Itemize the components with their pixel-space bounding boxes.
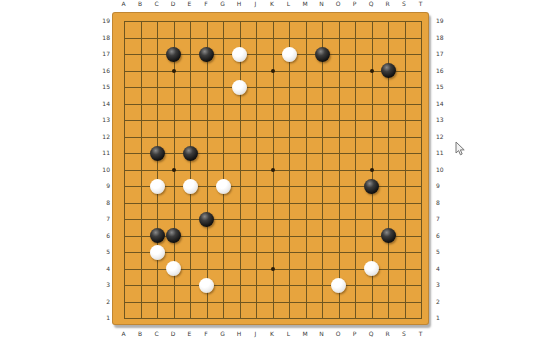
star-point-D10 — [172, 168, 176, 172]
col-label-bottom-D: D — [167, 330, 179, 338]
white-stone-F3 — [199, 278, 214, 293]
star-point-D16 — [172, 69, 176, 73]
board-grid — [124, 21, 422, 319]
row-label-left-11: 11 — [96, 149, 110, 157]
row-label-left-4: 4 — [96, 265, 110, 273]
row-label-right-17: 17 — [436, 50, 450, 58]
white-stone-D4 — [166, 261, 181, 276]
col-label-bottom-M: M — [299, 330, 311, 338]
col-label-top-J: J — [250, 0, 262, 8]
grid-line-horizontal — [124, 318, 422, 319]
col-label-bottom-C: C — [151, 330, 163, 338]
row-label-right-4: 4 — [436, 265, 450, 273]
row-label-right-14: 14 — [436, 100, 450, 108]
col-label-top-T: T — [415, 0, 427, 8]
go-board-widget — [0, 0, 542, 339]
row-label-right-12: 12 — [436, 133, 450, 141]
white-stone-C5 — [150, 245, 165, 260]
mouse-cursor-icon — [455, 141, 467, 157]
col-label-bottom-G: G — [217, 330, 229, 338]
row-label-left-13: 13 — [96, 116, 110, 124]
row-label-right-3: 3 — [436, 281, 450, 289]
col-label-bottom-R: R — [382, 330, 394, 338]
grid-line-vertical — [322, 21, 323, 319]
col-label-bottom-O: O — [332, 330, 344, 338]
black-stone-F17 — [199, 47, 214, 62]
row-label-left-19: 19 — [96, 17, 110, 25]
col-label-top-K: K — [266, 0, 278, 8]
grid-line-vertical — [421, 21, 422, 319]
row-label-left-16: 16 — [96, 67, 110, 75]
black-stone-E11 — [183, 146, 198, 161]
star-point-K16 — [271, 69, 275, 73]
row-label-right-1: 1 — [436, 314, 450, 322]
row-label-left-3: 3 — [96, 281, 110, 289]
col-label-bottom-A: A — [118, 330, 130, 338]
white-stone-H17 — [232, 47, 247, 62]
grid-line-horizontal — [124, 203, 422, 204]
col-label-bottom-B: B — [134, 330, 146, 338]
black-stone-Q9 — [364, 179, 379, 194]
row-label-right-16: 16 — [436, 67, 450, 75]
row-label-right-10: 10 — [436, 166, 450, 174]
row-label-right-11: 11 — [436, 149, 450, 157]
col-label-bottom-T: T — [415, 330, 427, 338]
white-stone-O3 — [331, 278, 346, 293]
row-label-left-1: 1 — [96, 314, 110, 322]
white-stone-H15 — [232, 80, 247, 95]
col-label-top-H: H — [233, 0, 245, 8]
black-stone-C11 — [150, 146, 165, 161]
col-label-top-L: L — [283, 0, 295, 8]
black-stone-F7 — [199, 212, 214, 227]
col-label-bottom-L: L — [283, 330, 295, 338]
grid-line-horizontal — [124, 219, 422, 220]
row-label-right-15: 15 — [436, 83, 450, 91]
row-label-left-8: 8 — [96, 199, 110, 207]
col-label-bottom-P: P — [349, 330, 361, 338]
col-label-top-M: M — [299, 0, 311, 8]
col-label-bottom-F: F — [200, 330, 212, 338]
row-label-right-5: 5 — [436, 248, 450, 256]
row-label-left-18: 18 — [96, 34, 110, 42]
black-stone-D6 — [166, 228, 181, 243]
col-label-bottom-K: K — [266, 330, 278, 338]
row-label-left-12: 12 — [96, 133, 110, 141]
row-label-right-9: 9 — [436, 182, 450, 190]
row-label-right-2: 2 — [436, 298, 450, 306]
star-point-Q10 — [370, 168, 374, 172]
black-stone-C6 — [150, 228, 165, 243]
row-label-right-18: 18 — [436, 34, 450, 42]
col-label-bottom-H: H — [233, 330, 245, 338]
grid-line-horizontal — [124, 302, 422, 303]
row-label-left-5: 5 — [96, 248, 110, 256]
col-label-top-B: B — [134, 0, 146, 8]
white-stone-G9 — [216, 179, 231, 194]
grid-line-horizontal — [124, 285, 422, 286]
white-stone-L17 — [282, 47, 297, 62]
col-label-top-A: A — [118, 0, 130, 8]
col-label-top-F: F — [200, 0, 212, 8]
star-point-K4 — [271, 267, 275, 271]
go-board[interactable] — [112, 12, 429, 325]
col-label-top-S: S — [398, 0, 410, 8]
white-stone-C9 — [150, 179, 165, 194]
col-label-top-G: G — [217, 0, 229, 8]
black-stone-N17 — [315, 47, 330, 62]
col-label-top-Q: Q — [365, 0, 377, 8]
row-label-left-17: 17 — [96, 50, 110, 58]
row-label-left-10: 10 — [96, 166, 110, 174]
star-point-Q16 — [370, 69, 374, 73]
row-label-left-6: 6 — [96, 232, 110, 240]
row-label-right-8: 8 — [436, 199, 450, 207]
row-label-left-14: 14 — [96, 100, 110, 108]
col-label-bottom-S: S — [398, 330, 410, 338]
col-label-bottom-N: N — [316, 330, 328, 338]
row-label-right-7: 7 — [436, 215, 450, 223]
row-label-left-9: 9 — [96, 182, 110, 190]
row-label-right-19: 19 — [436, 17, 450, 25]
grid-line-vertical — [289, 21, 290, 319]
row-label-left-2: 2 — [96, 298, 110, 306]
col-label-top-C: C — [151, 0, 163, 8]
white-stone-Q4 — [364, 261, 379, 276]
col-label-top-P: P — [349, 0, 361, 8]
grid-line-horizontal — [124, 252, 422, 253]
col-label-top-N: N — [316, 0, 328, 8]
grid-line-vertical — [405, 21, 406, 319]
col-label-bottom-Q: Q — [365, 330, 377, 338]
grid-line-vertical — [355, 21, 356, 319]
grid-line-vertical — [339, 21, 340, 319]
grid-line-vertical — [306, 21, 307, 319]
screen: AABBCCDDEEFFGGHHJJKKLLMMNNOOPPQQRRSSTT19… — [0, 0, 542, 339]
col-label-top-D: D — [167, 0, 179, 8]
col-label-bottom-J: J — [250, 330, 262, 338]
black-stone-R16 — [381, 63, 396, 78]
row-label-right-13: 13 — [436, 116, 450, 124]
row-label-left-15: 15 — [96, 83, 110, 91]
col-label-bottom-E: E — [184, 330, 196, 338]
col-label-top-O: O — [332, 0, 344, 8]
col-label-top-E: E — [184, 0, 196, 8]
col-label-top-R: R — [382, 0, 394, 8]
row-label-right-6: 6 — [436, 232, 450, 240]
row-label-left-7: 7 — [96, 215, 110, 223]
black-stone-R6 — [381, 228, 396, 243]
white-stone-E9 — [183, 179, 198, 194]
black-stone-D17 — [166, 47, 181, 62]
star-point-K10 — [271, 168, 275, 172]
